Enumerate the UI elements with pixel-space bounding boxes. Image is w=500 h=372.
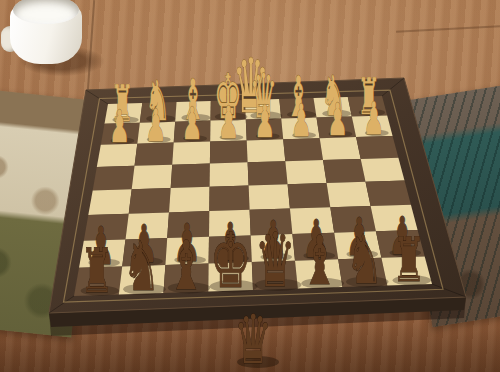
square-b5[interactable] (327, 182, 371, 208)
white-pawn[interactable]: ♟ (109, 100, 130, 151)
white-pawn[interactable]: ♟ (363, 93, 384, 144)
black-queen[interactable]: ♛ (255, 217, 296, 304)
square-c4[interactable] (285, 160, 326, 184)
chess-board[interactable]: ♛♜♞♝♚♛♝♞♜♟♟♟♟♟♟♟♟♟♟♟♟♟♟♟♟♜♞♝♚♛♝♞♜♛ (0, 0, 500, 372)
square-f5[interactable] (169, 187, 210, 213)
square-a4[interactable] (361, 158, 405, 182)
square-e4[interactable] (210, 162, 249, 186)
white-pawn[interactable]: ♟ (182, 98, 203, 149)
square-d5[interactable] (249, 184, 290, 210)
square-f4[interactable] (171, 164, 210, 188)
square-e5[interactable] (209, 186, 249, 212)
scene: ♛♜♞♝♚♛♝♞♜♟♟♟♟♟♟♟♟♟♟♟♟♟♟♟♟♜♞♝♚♛♝♞♜♛ (0, 0, 500, 372)
black-knight[interactable]: ♞ (346, 220, 383, 298)
square-h5[interactable] (88, 189, 131, 215)
white-pawn[interactable]: ♟ (327, 94, 348, 145)
black-rook[interactable]: ♜ (392, 225, 426, 296)
square-g5[interactable] (129, 188, 171, 214)
white-pawn[interactable]: ♟ (254, 96, 275, 147)
black-king[interactable]: ♚ (210, 216, 252, 305)
black-knight[interactable]: ♞ (123, 228, 160, 306)
square-b4[interactable] (323, 159, 366, 183)
black-bishop[interactable]: ♝ (167, 226, 204, 304)
black-bishop[interactable]: ♝ (301, 222, 338, 300)
spare-black-queen[interactable]: ♛ (234, 301, 272, 372)
white-pawn[interactable]: ♟ (291, 95, 312, 146)
square-g4[interactable] (132, 165, 173, 190)
white-pawn[interactable]: ♟ (145, 99, 166, 150)
square-c5[interactable] (288, 183, 331, 209)
square-a5[interactable] (366, 181, 411, 206)
white-pawn[interactable]: ♟ (218, 97, 239, 148)
black-rook[interactable]: ♜ (80, 235, 114, 306)
square-h4[interactable] (93, 166, 135, 191)
square-d4[interactable] (248, 161, 288, 185)
